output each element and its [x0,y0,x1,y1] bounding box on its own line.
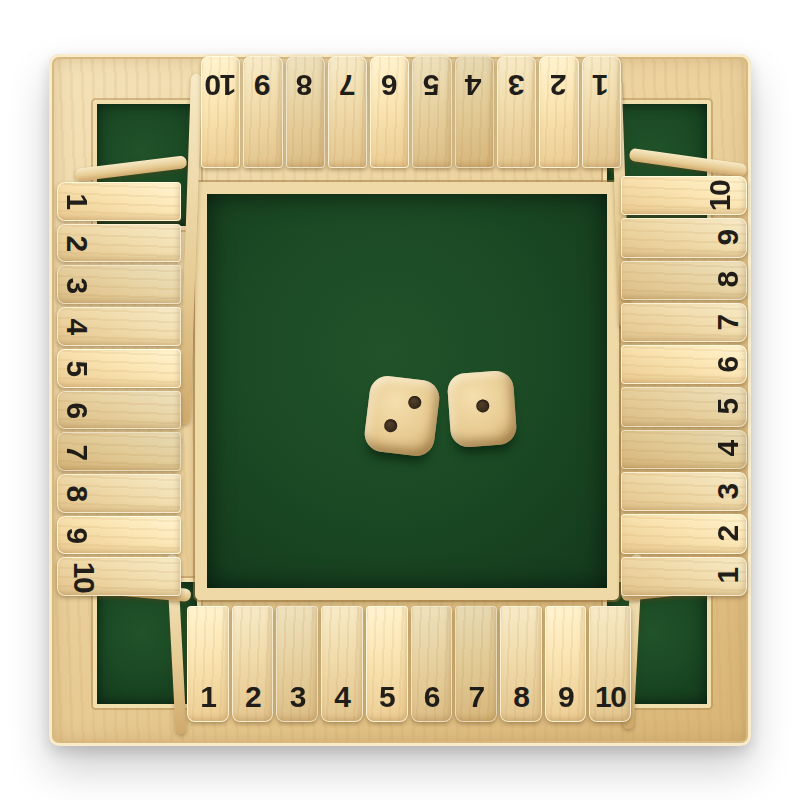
tile-left-3[interactable]: 3 [57,265,181,304]
tile-number: 2 [62,235,92,250]
tile-number: 8 [62,486,92,501]
tile-number: 1 [62,194,92,209]
tile-number: 7 [340,70,355,100]
tile-top-10[interactable]: 10 [201,56,240,168]
tile-right-1[interactable]: 1 [621,557,747,596]
tile-number: 3 [290,682,305,712]
product-photo-stage: 10987654321 10987654321 12345678910 1234… [0,0,800,800]
tile-number: 2 [712,526,742,541]
tile-bottom-8[interactable]: 8 [500,606,542,722]
tile-number: 7 [712,315,742,330]
tile-top-9[interactable]: 9 [243,56,282,168]
tile-top-2[interactable]: 2 [539,56,578,168]
tile-left-7[interactable]: 7 [57,432,181,471]
tile-top-7[interactable]: 7 [328,56,367,168]
tile-number: 6 [424,682,439,712]
tile-right-6[interactable]: 6 [621,345,747,384]
tile-number: 6 [62,402,92,417]
tile-bottom-5[interactable]: 5 [366,606,408,722]
tile-top-3[interactable]: 3 [497,56,536,168]
tile-number: 6 [382,70,397,100]
tile-number: 7 [468,682,483,712]
tile-number: 10 [705,180,735,210]
tile-number: 3 [62,277,92,292]
tile-number: 9 [255,70,270,100]
tile-top-8[interactable]: 8 [286,56,325,168]
tile-left-6[interactable]: 6 [57,391,181,430]
tile-number: 9 [62,527,92,542]
tile-number: 10 [595,682,625,712]
tile-left-8[interactable]: 8 [57,474,181,513]
tile-number: 5 [425,70,440,100]
tile-bottom-2[interactable]: 2 [232,606,274,722]
die-right[interactable] [446,370,517,448]
tile-bottom-4[interactable]: 4 [321,606,363,722]
die-pip [476,399,490,413]
tile-right-7[interactable]: 7 [621,303,747,342]
tile-left-10[interactable]: 10 [57,557,181,596]
tile-number: 5 [379,682,394,712]
tile-top-4[interactable]: 4 [455,56,494,168]
tile-number: 8 [513,682,528,712]
tile-top-6[interactable]: 6 [370,56,409,168]
die-pip [408,395,422,409]
tile-number: 5 [62,361,92,376]
tile-right-8[interactable]: 8 [621,261,747,300]
tile-number: 4 [62,319,92,334]
tile-number: 5 [712,400,742,415]
tile-rack-left: 12345678910 [57,182,181,596]
tile-left-1[interactable]: 1 [57,182,181,221]
tile-left-5[interactable]: 5 [57,349,181,388]
tile-bottom-6[interactable]: 6 [411,606,453,722]
tile-number: 2 [245,682,260,712]
die-left[interactable] [363,374,442,458]
tile-right-2[interactable]: 2 [621,514,747,553]
tile-number: 10 [69,561,99,591]
shut-the-box-board: 10987654321 10987654321 12345678910 1234… [49,54,751,746]
tile-number: 1 [712,569,742,584]
tile-right-5[interactable]: 5 [621,387,747,426]
tile-number: 4 [467,70,482,100]
tile-bottom-10[interactable]: 10 [589,606,631,722]
tile-left-2[interactable]: 2 [57,224,181,263]
tile-bottom-1[interactable]: 1 [187,606,229,722]
tile-number: 10 [205,70,235,100]
tile-number: 3 [509,70,524,100]
tile-number: 4 [334,682,349,712]
tile-number: 6 [712,357,742,372]
tile-rack-bottom: 12345678910 [187,606,631,722]
tile-right-10[interactable]: 10 [621,176,747,215]
tile-bottom-3[interactable]: 3 [276,606,318,722]
tile-right-9[interactable]: 9 [621,218,747,257]
tile-number: 9 [558,682,573,712]
tile-number: 7 [62,444,92,459]
die-pip [384,418,398,432]
tile-left-4[interactable]: 4 [57,307,181,346]
tile-bottom-7[interactable]: 7 [455,606,497,722]
tile-right-4[interactable]: 4 [621,430,747,469]
tile-number: 8 [712,273,742,288]
tile-rack-right: 10987654321 [621,176,747,596]
tile-bottom-9[interactable]: 9 [545,606,587,722]
tile-number: 1 [594,70,609,100]
tile-number: 9 [712,230,742,245]
tile-number: 1 [200,682,215,712]
tile-number: 2 [551,70,566,100]
tile-number: 4 [712,442,742,457]
tile-right-3[interactable]: 3 [621,472,747,511]
tile-rack-top: 10987654321 [201,56,621,168]
tile-left-9[interactable]: 9 [57,516,181,555]
tile-top-5[interactable]: 5 [412,56,451,168]
tile-number: 3 [712,484,742,499]
tile-top-1[interactable]: 1 [582,56,621,168]
tile-number: 8 [298,70,313,100]
